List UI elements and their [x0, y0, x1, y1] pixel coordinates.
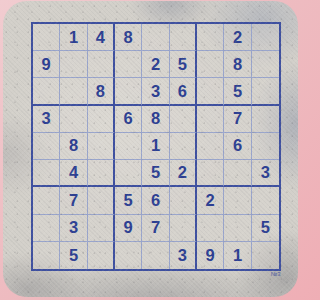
cell-r6c6: 2: [170, 160, 197, 187]
cell-r2c6: 5: [170, 51, 197, 78]
cell-r5c4: [115, 133, 142, 160]
cell-r3c3: 8: [88, 78, 115, 105]
cell-r7c7: 2: [197, 187, 224, 214]
cell-r4c6: [170, 106, 197, 133]
cell-r8c3: [88, 215, 115, 242]
cell-r3c1: [33, 78, 60, 105]
cell-r5c2: 8: [60, 133, 87, 160]
cell-r3c4: [115, 78, 142, 105]
cell-r9c4: [115, 242, 142, 269]
cell-r8c8: [224, 215, 251, 242]
cell-r8c7: [197, 215, 224, 242]
cell-r1c2: 1: [60, 24, 87, 51]
cell-r2c5: 2: [142, 51, 169, 78]
cell-r3c7: [197, 78, 224, 105]
cell-r4c7: [197, 106, 224, 133]
cell-r3c9: [252, 78, 279, 105]
cell-r6c7: [197, 160, 224, 187]
cell-r9c8: 1: [224, 242, 251, 269]
cell-r8c6: [170, 215, 197, 242]
cell-r1c5: [142, 24, 169, 51]
cell-r8c2: 3: [60, 215, 87, 242]
cell-r2c9: [252, 51, 279, 78]
cell-r4c2: [60, 106, 87, 133]
cell-r8c1: [33, 215, 60, 242]
cell-r4c3: [88, 106, 115, 133]
cell-r3c2: [60, 78, 87, 105]
cell-r9c6: 3: [170, 242, 197, 269]
paper-coaster: 14829258836536878164523756239755391 №3: [3, 1, 298, 297]
cell-r9c7: 9: [197, 242, 224, 269]
cell-r7c2: 7: [60, 187, 87, 214]
cell-r4c4: 6: [115, 106, 142, 133]
cell-r6c1: [33, 160, 60, 187]
cell-r2c8: 8: [224, 51, 251, 78]
cell-r6c8: [224, 160, 251, 187]
cell-r3c5: 3: [142, 78, 169, 105]
cell-r1c9: [252, 24, 279, 51]
cell-r9c1: [33, 242, 60, 269]
cell-r7c5: 6: [142, 187, 169, 214]
cell-r2c7: [197, 51, 224, 78]
cell-r1c1: [33, 24, 60, 51]
cell-r6c9: 3: [252, 160, 279, 187]
cell-r2c1: 9: [33, 51, 60, 78]
cell-r2c3: [88, 51, 115, 78]
cell-r6c3: [88, 160, 115, 187]
puzzle-number: №3: [243, 271, 281, 277]
cell-r6c4: [115, 160, 142, 187]
cell-r2c4: [115, 51, 142, 78]
cell-r7c9: [252, 187, 279, 214]
cell-r9c2: 5: [60, 242, 87, 269]
cell-r4c5: 8: [142, 106, 169, 133]
cell-r4c9: [252, 106, 279, 133]
cell-r2c2: [60, 51, 87, 78]
cell-r5c1: [33, 133, 60, 160]
cell-r9c5: [142, 242, 169, 269]
sudoku-grid: 14829258836536878164523756239755391: [31, 22, 281, 271]
cell-r7c8: [224, 187, 251, 214]
cell-r5c8: 6: [224, 133, 251, 160]
cell-r1c3: 4: [88, 24, 115, 51]
cell-r8c5: 7: [142, 215, 169, 242]
cell-r9c9: [252, 242, 279, 269]
cell-r8c4: 9: [115, 215, 142, 242]
cell-r1c4: 8: [115, 24, 142, 51]
cell-r7c1: [33, 187, 60, 214]
cell-r7c4: 5: [115, 187, 142, 214]
cell-r1c7: [197, 24, 224, 51]
cell-r1c6: [170, 24, 197, 51]
cell-r3c6: 6: [170, 78, 197, 105]
cell-r5c5: 1: [142, 133, 169, 160]
cell-r4c8: 7: [224, 106, 251, 133]
cell-r6c5: 5: [142, 160, 169, 187]
cell-r5c9: [252, 133, 279, 160]
cell-r5c6: [170, 133, 197, 160]
cell-r3c8: 5: [224, 78, 251, 105]
cell-r5c3: [88, 133, 115, 160]
cell-r6c2: 4: [60, 160, 87, 187]
cell-r7c3: [88, 187, 115, 214]
cell-r1c8: 2: [224, 24, 251, 51]
cell-r7c6: [170, 187, 197, 214]
cell-r9c3: [88, 242, 115, 269]
cell-r4c1: 3: [33, 106, 60, 133]
cell-r5c7: [197, 133, 224, 160]
cell-r8c9: 5: [252, 215, 279, 242]
